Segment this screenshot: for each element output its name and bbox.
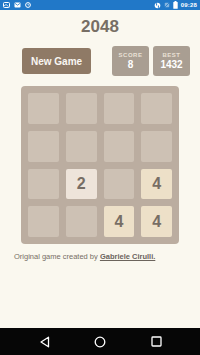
score-value: 8: [128, 59, 134, 70]
recents-icon: [151, 336, 162, 347]
mute-icon: [164, 2, 170, 8]
empty-cell-r1c1: [28, 93, 59, 124]
home-button[interactable]: [93, 334, 108, 349]
alarm-icon: [25, 2, 31, 8]
tile-4-r4c4: 4: [141, 206, 172, 237]
score-panel: SCORE 8 BEST 1432: [112, 46, 190, 76]
empty-cell-r1c4: [141, 93, 172, 124]
empty-cell-r4c2: [66, 206, 97, 237]
credit-link[interactable]: Gabriele Cirulli.: [100, 252, 155, 261]
status-left-icons: [3, 2, 31, 8]
message-icon: [14, 2, 21, 8]
credits-text: Original game created by Gabriele Cirull…: [14, 252, 200, 261]
tile-4-r4c3: 4: [104, 206, 135, 237]
data-icon: [154, 2, 161, 9]
recents-button[interactable]: [149, 334, 164, 349]
empty-cell-r3c1: [28, 169, 59, 200]
new-game-button[interactable]: New Game: [22, 48, 91, 74]
battery-icon: [173, 1, 178, 9]
home-icon: [94, 336, 106, 348]
empty-cell-r1c3: [104, 93, 135, 124]
empty-cell-r2c4: [141, 131, 172, 162]
score-box: SCORE 8: [112, 46, 149, 76]
empty-cell-r4c1: [28, 206, 59, 237]
empty-cell-r2c2: [66, 131, 97, 162]
android-nav-bar: [0, 328, 200, 355]
credit-prefix: Original game created by: [14, 252, 100, 261]
page-title: 2048: [0, 17, 200, 37]
status-right-icons: 09:28: [154, 1, 197, 9]
score-label: SCORE: [119, 52, 143, 58]
empty-cell-r2c1: [28, 131, 59, 162]
empty-cell-r3c3: [104, 169, 135, 200]
game-board[interactable]: 2444: [21, 86, 179, 244]
empty-cell-r1c2: [66, 93, 97, 124]
screenshot-icon: [3, 2, 10, 8]
empty-cell-r2c3: [104, 131, 135, 162]
phone-screen: 09:28 2048 New Game SCORE 8 BEST 1432 24…: [0, 0, 200, 355]
status-bar: 09:28: [0, 0, 200, 10]
best-value: 1432: [160, 59, 182, 70]
tile-4-r3c4: 4: [141, 169, 172, 200]
back-button[interactable]: [37, 334, 52, 349]
controls-row: New Game SCORE 8 BEST 1432: [22, 46, 190, 76]
tile-2-r3c2: 2: [66, 169, 97, 200]
status-time: 09:28: [181, 2, 197, 8]
back-icon: [39, 336, 50, 348]
best-box: BEST 1432: [153, 46, 190, 76]
best-label: BEST: [162, 52, 180, 58]
